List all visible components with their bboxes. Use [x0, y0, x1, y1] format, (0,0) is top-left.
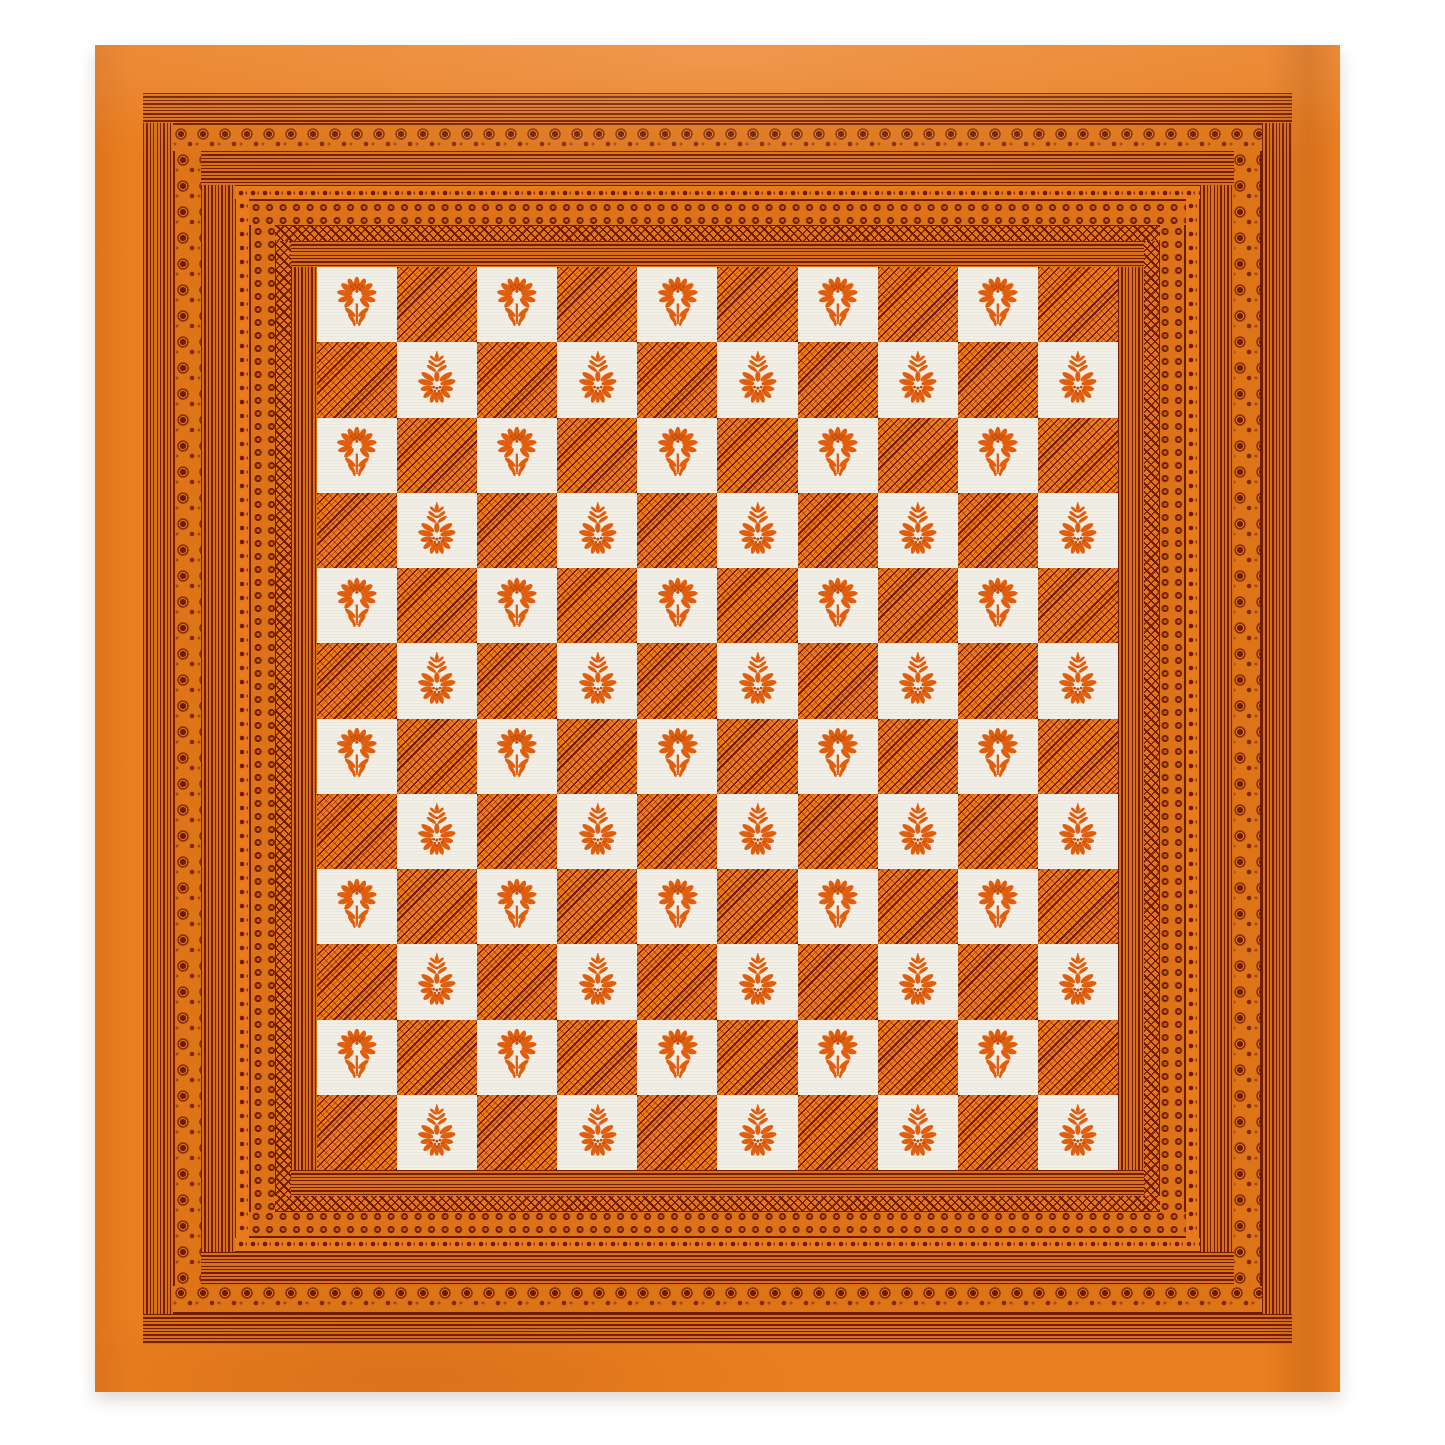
white-flower-square [317, 418, 397, 493]
palmette-motif [1045, 1099, 1111, 1167]
rosette-edge [249, 1208, 1186, 1238]
orange-print-square [477, 794, 557, 869]
stripe-edge [201, 1252, 1234, 1286]
flower-motif [645, 873, 711, 941]
palmette-motif [404, 798, 470, 866]
orange-print-square [637, 944, 717, 1019]
orange-print-square [958, 794, 1038, 869]
orange-print-square [317, 643, 397, 718]
palmette-motif [725, 948, 791, 1016]
flower-motif [645, 722, 711, 790]
orange-print-square [958, 944, 1038, 1019]
white-flower-square [958, 719, 1038, 794]
white-palmette-square [717, 1095, 797, 1170]
flower-motif [484, 271, 550, 339]
flower-motif [965, 572, 1031, 640]
white-palmette-square [397, 342, 477, 417]
orange-print-square [317, 794, 397, 869]
white-flower-square [798, 869, 878, 944]
flower-motif [324, 421, 390, 489]
orange-print-square [477, 342, 557, 417]
flower-motif [484, 421, 550, 489]
flower-motif [805, 421, 871, 489]
palmette-motif [404, 948, 470, 1016]
white-palmette-square [397, 944, 477, 1019]
orange-print-square [717, 267, 797, 342]
white-palmette-square [1038, 493, 1118, 568]
white-flower-square [798, 568, 878, 643]
orange-print-square [557, 418, 637, 493]
palmette-motif [404, 647, 470, 715]
orange-print-square [637, 493, 717, 568]
white-palmette-square [717, 643, 797, 718]
white-flower-square [477, 418, 557, 493]
palmette-motif [725, 497, 791, 565]
orange-print-square [1038, 267, 1118, 342]
flower-motif [324, 873, 390, 941]
palmette-motif [404, 497, 470, 565]
stripe-edge [291, 267, 317, 1170]
white-palmette-square [397, 643, 477, 718]
white-flower-square [958, 418, 1038, 493]
orange-print-square [397, 869, 477, 944]
white-flower-square [958, 869, 1038, 944]
white-palmette-square [1038, 944, 1118, 1019]
flower-motif [805, 572, 871, 640]
flower-motif [645, 572, 711, 640]
orange-print-square [397, 719, 477, 794]
zigzag-edge [275, 1194, 1160, 1212]
white-flower-square [637, 418, 717, 493]
flower-motif [645, 1023, 711, 1091]
orange-print-square [798, 944, 878, 1019]
white-palmette-square [717, 493, 797, 568]
border-stripe-band-outer [143, 93, 1292, 1344]
stripe-edge [1200, 185, 1234, 1252]
flower-motif [805, 722, 871, 790]
orange-print-square [397, 267, 477, 342]
flower-motif [645, 421, 711, 489]
white-flower-square [477, 267, 557, 342]
white-palmette-square [717, 944, 797, 1019]
orange-print-square [397, 1020, 477, 1095]
orange-print-square [798, 342, 878, 417]
white-flower-square [637, 719, 717, 794]
orange-print-square [557, 568, 637, 643]
orange-print-square [1038, 418, 1118, 493]
white-flower-square [317, 568, 397, 643]
white-flower-square [477, 568, 557, 643]
white-palmette-square [557, 944, 637, 1019]
flower-motif [965, 1023, 1031, 1091]
orange-print-square [798, 1095, 878, 1170]
orange-print-square [637, 643, 717, 718]
flower-motif [324, 572, 390, 640]
palmette-motif [1045, 798, 1111, 866]
white-flower-square [317, 1020, 397, 1095]
border-stripe-band-middle [201, 151, 1234, 1286]
palmette-motif [565, 346, 631, 414]
orange-print-square [958, 1095, 1038, 1170]
orange-print-square [958, 643, 1038, 718]
white-palmette-square [878, 493, 958, 568]
white-flower-square [958, 267, 1038, 342]
orange-print-square [477, 944, 557, 1019]
white-flower-square [477, 719, 557, 794]
white-flower-square [798, 267, 878, 342]
orange-print-square [717, 719, 797, 794]
white-flower-square [637, 869, 717, 944]
orange-print-square [878, 869, 958, 944]
border-rosette-band [249, 199, 1186, 1238]
white-palmette-square [397, 1095, 477, 1170]
palmette-motif [404, 1099, 470, 1167]
orange-print-square [637, 342, 717, 417]
orange-print-square [798, 794, 878, 869]
white-palmette-square [397, 493, 477, 568]
paisley-edge [173, 1282, 1262, 1314]
white-flower-square [477, 1020, 557, 1095]
palmette-motif [885, 497, 951, 565]
orange-print-square [477, 1095, 557, 1170]
white-flower-square [637, 1020, 717, 1095]
stripe-edge [143, 123, 173, 1314]
white-palmette-square [878, 1095, 958, 1170]
flower-motif [805, 1023, 871, 1091]
orange-print-square [958, 493, 1038, 568]
palmette-motif [565, 948, 631, 1016]
orange-print-square [477, 493, 557, 568]
orange-print-square [637, 1095, 717, 1170]
white-palmette-square [557, 1095, 637, 1170]
flower-motif [645, 271, 711, 339]
white-flower-square [477, 869, 557, 944]
palmette-motif [885, 798, 951, 866]
orange-print-square [1038, 719, 1118, 794]
white-palmette-square [878, 944, 958, 1019]
orange-print-square [1038, 869, 1118, 944]
bedsheet-fabric [95, 45, 1340, 1392]
stripe-edge [201, 185, 235, 1252]
stripe-edge [201, 151, 1234, 185]
white-flower-square [798, 418, 878, 493]
palmette-motif [885, 346, 951, 414]
palmette-motif [565, 798, 631, 866]
white-flower-square [317, 869, 397, 944]
chain-edge [1184, 199, 1200, 1238]
stripe-edge [1118, 267, 1144, 1170]
palmette-motif [1045, 497, 1111, 565]
orange-print-square [958, 342, 1038, 417]
white-palmette-square [878, 794, 958, 869]
flower-motif [324, 722, 390, 790]
white-palmette-square [878, 342, 958, 417]
orange-print-square [798, 643, 878, 718]
orange-print-square [717, 1020, 797, 1095]
white-flower-square [637, 568, 717, 643]
flower-motif [484, 572, 550, 640]
stripe-edge [1262, 123, 1292, 1314]
white-palmette-square [1038, 643, 1118, 718]
printed-area [143, 93, 1292, 1344]
white-flower-square [798, 719, 878, 794]
white-palmette-square [397, 794, 477, 869]
palmette-motif [725, 647, 791, 715]
white-flower-square [798, 1020, 878, 1095]
orange-print-square [637, 794, 717, 869]
white-palmette-square [557, 643, 637, 718]
flower-motif [324, 1023, 390, 1091]
orange-print-square [878, 1020, 958, 1095]
orange-print-square [317, 342, 397, 417]
white-flower-square [317, 719, 397, 794]
white-flower-square [317, 267, 397, 342]
palmette-motif [1045, 948, 1111, 1016]
white-flower-square [958, 1020, 1038, 1095]
border-zigzag-band [275, 225, 1160, 1212]
white-palmette-square [878, 643, 958, 718]
orange-print-square [717, 418, 797, 493]
white-palmette-square [1038, 342, 1118, 417]
palmette-motif [885, 948, 951, 1016]
stripe-edge [143, 1314, 1292, 1344]
white-flower-square [958, 568, 1038, 643]
palmette-motif [404, 346, 470, 414]
chain-edge [235, 1236, 1200, 1252]
flower-motif [965, 271, 1031, 339]
flower-motif [324, 271, 390, 339]
flower-motif [965, 873, 1031, 941]
white-palmette-square [557, 493, 637, 568]
orange-print-square [397, 418, 477, 493]
border-paisley-band [173, 123, 1262, 1314]
palmette-motif [885, 647, 951, 715]
orange-print-square [557, 719, 637, 794]
border-stripe-band-inner [291, 241, 1144, 1196]
palmette-motif [725, 346, 791, 414]
stripe-edge [291, 241, 1144, 267]
orange-print-square [878, 568, 958, 643]
orange-print-square [397, 568, 477, 643]
palmette-motif [1045, 346, 1111, 414]
orange-print-square [1038, 568, 1118, 643]
white-palmette-square [717, 794, 797, 869]
palmette-motif [1045, 647, 1111, 715]
orange-print-square [878, 418, 958, 493]
palmette-motif [885, 1099, 951, 1167]
white-palmette-square [717, 342, 797, 417]
orange-print-square [878, 719, 958, 794]
white-palmette-square [1038, 1095, 1118, 1170]
rosette-edge [1156, 225, 1186, 1212]
palmette-motif [565, 497, 631, 565]
orange-print-square [717, 869, 797, 944]
palmette-motif [725, 798, 791, 866]
white-flower-square [637, 267, 717, 342]
flower-motif [965, 722, 1031, 790]
white-palmette-square [557, 342, 637, 417]
palmette-motif [725, 1099, 791, 1167]
orange-print-square [557, 267, 637, 342]
orange-print-square [557, 869, 637, 944]
orange-print-square [317, 493, 397, 568]
flower-motif [484, 873, 550, 941]
palmette-motif [565, 647, 631, 715]
orange-print-square [798, 493, 878, 568]
zigzag-edge [1142, 241, 1160, 1196]
flower-motif [805, 271, 871, 339]
white-palmette-square [1038, 794, 1118, 869]
stripe-edge [291, 1170, 1144, 1196]
orange-print-square [557, 1020, 637, 1095]
orange-print-square [317, 944, 397, 1019]
border-floret-chain-band [235, 185, 1200, 1252]
orange-print-square [477, 643, 557, 718]
palmette-motif [565, 1099, 631, 1167]
orange-print-square [717, 568, 797, 643]
orange-print-square [317, 1095, 397, 1170]
flower-motif [965, 421, 1031, 489]
flower-motif [805, 873, 871, 941]
orange-print-square [1038, 1020, 1118, 1095]
white-palmette-square [557, 794, 637, 869]
flower-motif [484, 1023, 550, 1091]
orange-print-square [878, 267, 958, 342]
paisley-edge [1230, 151, 1262, 1286]
stripe-edge [143, 93, 1292, 123]
checkerboard [317, 267, 1118, 1170]
flower-motif [484, 722, 550, 790]
